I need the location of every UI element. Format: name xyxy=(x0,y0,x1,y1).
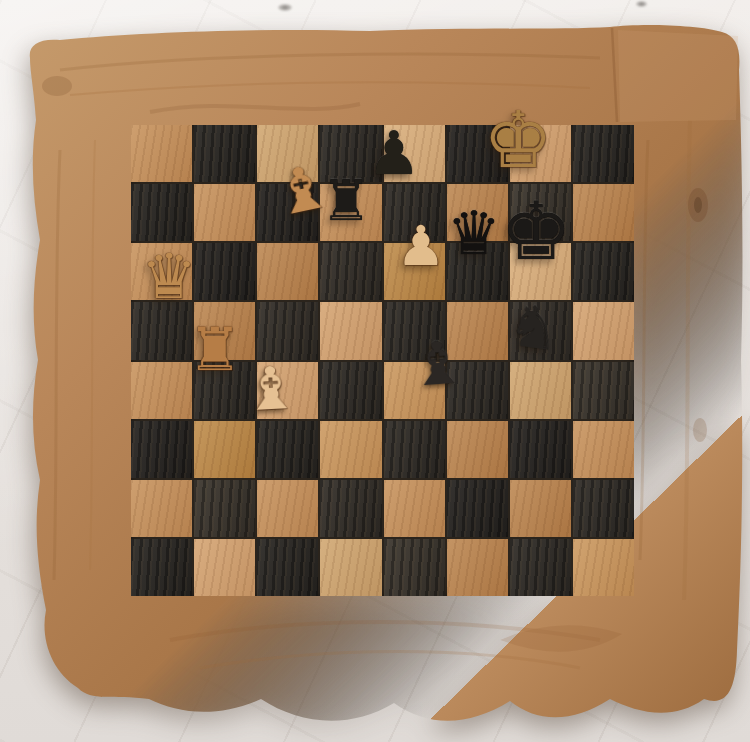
chessboard-photo: ♚♟♝♜♛♟♛♚♞♜♝♝ xyxy=(0,0,750,742)
piece-black-pawn-e8[interactable]: ♟ xyxy=(367,123,421,183)
piece-white-queen-a6[interactable]: ♛ xyxy=(141,246,197,308)
piece-white-bishop-c4[interactable]: ♝ xyxy=(240,358,301,420)
piece-black-queen-f6[interactable]: ♛ xyxy=(447,203,501,263)
piece-white-pawn-e6[interactable]: ♟ xyxy=(396,219,445,274)
piece-black-king-g6[interactable]: ♚ xyxy=(500,192,572,272)
piece-black-bishop-e4[interactable]: ♝ xyxy=(407,332,469,395)
piece-black-knight-g5[interactable]: ♞ xyxy=(504,295,564,360)
piece-white-rook-b4[interactable]: ♜ xyxy=(188,319,242,379)
piece-white-king-g8[interactable]: ♚ xyxy=(483,101,553,179)
pieces-layer: ♚♟♝♜♛♟♛♚♞♜♝♝ xyxy=(0,0,750,742)
piece-black-rook-d7[interactable]: ♜ xyxy=(321,173,371,229)
